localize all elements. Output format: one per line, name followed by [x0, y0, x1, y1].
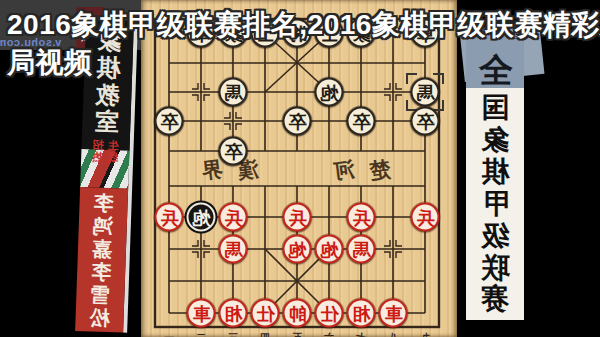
piece-glyph: 炮: [320, 83, 338, 101]
piece-red-帥[interactable]: 帥: [283, 299, 312, 328]
piece-red-兵[interactable]: 兵: [411, 203, 440, 232]
piece-glyph: 卒: [160, 112, 178, 130]
banner-char: 甲: [481, 188, 509, 220]
banner-small-char: 招: [90, 138, 105, 151]
banner-small-char: 生: [105, 138, 120, 151]
piece-glyph: 帥: [288, 304, 306, 322]
piece-red-相[interactable]: 相: [219, 299, 248, 328]
banner-char: 鸿: [92, 214, 113, 238]
piece-red-車[interactable]: 車: [379, 299, 408, 328]
piece-red-仕[interactable]: 仕: [251, 299, 280, 328]
piece-glyph: 仕: [320, 304, 338, 322]
piece-red-仕[interactable]: 仕: [315, 299, 344, 328]
piece-red-炮[interactable]: 炮: [315, 235, 344, 264]
file-label: 二: [196, 331, 206, 337]
right-banner-body: 国象棋甲级联赛: [466, 88, 524, 320]
piece-glyph: 相: [224, 304, 242, 322]
piece-red-炮[interactable]: 炮: [283, 235, 312, 264]
banner-char: 赛: [481, 283, 509, 315]
river-label: 河: [329, 155, 358, 186]
piece-black-卒[interactable]: 卒: [219, 137, 248, 166]
piece-glyph: 馬: [224, 83, 242, 101]
piece-red-相[interactable]: 相: [347, 299, 376, 328]
banner-char: 象: [481, 124, 509, 156]
piece-glyph: 卒: [288, 112, 306, 130]
file-label: 九: [420, 331, 430, 337]
file-label: 八: [388, 331, 398, 337]
piece-glyph: 兵: [288, 208, 306, 226]
piece-glyph: 炮: [320, 240, 338, 258]
file-label: 七: [356, 331, 366, 337]
piece-glyph: 炮: [288, 240, 306, 258]
piece-black-卒[interactable]: 卒: [347, 107, 376, 136]
banner-char: 棋: [481, 156, 509, 188]
piece-glyph: 炮: [192, 208, 210, 226]
file-label: 五: [292, 331, 302, 337]
piece-glyph: 卒: [416, 112, 434, 130]
banner-char: 国: [481, 92, 509, 124]
video-frame: 界漢河楚 一二三四五六七八九 車象士將士象車馬炮馬卒卒卒卒卒炮兵兵兵兵兵馬炮炮馬…: [0, 0, 600, 337]
piece-glyph: 兵: [416, 208, 434, 226]
piece-glyph: 兵: [160, 208, 178, 226]
piece-red-兵[interactable]: 兵: [155, 203, 184, 232]
banner-char: 雪: [90, 283, 111, 307]
piece-glyph: 仕: [256, 304, 274, 322]
banner-small-char: 线: [105, 150, 120, 163]
piece-glyph: 車: [384, 304, 402, 322]
piece-glyph: 兵: [224, 208, 242, 226]
title-line-2: 局视频: [7, 44, 600, 82]
piece-glyph: 卒: [224, 142, 242, 160]
piece-black-卒[interactable]: 卒: [155, 107, 184, 136]
piece-glyph: 馬: [224, 240, 242, 258]
piece-red-兵[interactable]: 兵: [347, 203, 376, 232]
banner-char: 联: [481, 252, 509, 284]
piece-black-卒[interactable]: 卒: [283, 107, 312, 136]
banner-char: 室: [94, 108, 119, 136]
banner-char: 级: [481, 220, 509, 252]
piece-glyph: 相: [352, 304, 370, 322]
banner-char: 松: [89, 306, 110, 330]
banner-char: 李: [93, 191, 114, 215]
piece-red-兵[interactable]: 兵: [219, 203, 248, 232]
banner-small-char: 热: [90, 150, 105, 163]
left-banner-red-section: 李鸿嘉李雪松: [75, 187, 128, 333]
piece-glyph: 兵: [352, 208, 370, 226]
piece-black-炮[interactable]: 炮: [187, 203, 216, 232]
piece-glyph: 卒: [352, 112, 370, 130]
left-banner-red-small-text: 招生热线: [90, 138, 121, 163]
title-line-1: 2016象棋甲级联赛排名,2016象棋甲级联赛精彩对: [7, 6, 600, 44]
file-label: 六: [324, 331, 334, 337]
piece-glyph: 車: [192, 304, 210, 322]
banner-char: 嘉: [92, 237, 113, 261]
file-label: 四: [260, 331, 270, 337]
piece-glyph: 馬: [352, 240, 370, 258]
piece-red-兵[interactable]: 兵: [283, 203, 312, 232]
banner-char: 教: [95, 81, 120, 109]
piece-red-車[interactable]: 車: [187, 299, 216, 328]
file-label: 三: [228, 331, 238, 337]
banner-char: 李: [91, 260, 112, 284]
piece-red-馬[interactable]: 馬: [347, 235, 376, 264]
river-label: 楚: [365, 155, 394, 186]
video-title-overlay: 2016象棋甲级联赛排名,2016象棋甲级联赛精彩对 局视频: [7, 6, 600, 82]
file-label: 一: [164, 331, 174, 337]
piece-black-卒[interactable]: 卒: [411, 107, 440, 136]
piece-red-馬[interactable]: 馬: [219, 235, 248, 264]
